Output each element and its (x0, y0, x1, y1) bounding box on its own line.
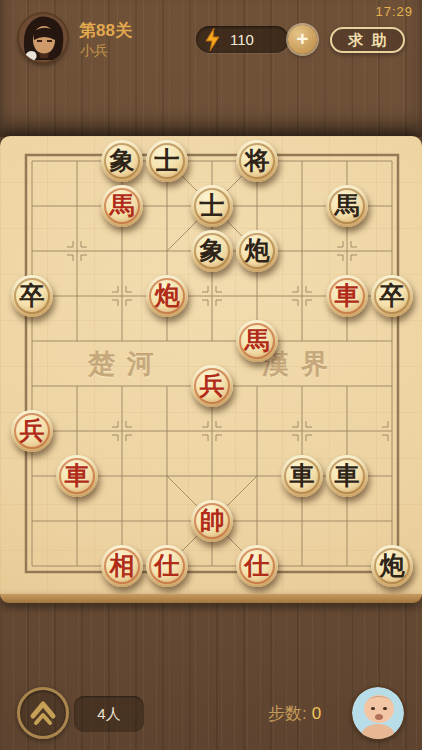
piece-character: 兵 (20, 418, 45, 443)
top-bar-background (0, 0, 422, 137)
lightning-icon (199, 26, 226, 53)
level-label: 第88关 (79, 19, 132, 42)
piece-black-horse[interactable]: 馬 (326, 185, 368, 227)
piece-character: 車 (335, 463, 360, 488)
steps-label: 步数: (268, 704, 307, 723)
piece-character: 車 (290, 463, 315, 488)
piece-character: 兵 (200, 373, 225, 398)
piece-red-horse[interactable]: 馬 (101, 185, 143, 227)
opponent-avatar-image (352, 687, 404, 739)
piece-black-advisor[interactable]: 士 (191, 185, 233, 227)
piece-character: 炮 (380, 553, 405, 578)
players-count[interactable]: 4人 (74, 696, 144, 732)
piece-character: 車 (335, 283, 360, 308)
help-button[interactable]: 求助 (330, 27, 405, 53)
piece-black-advisor[interactable]: 士 (146, 140, 188, 182)
player-avatar[interactable] (19, 14, 67, 62)
piece-red-soldier[interactable]: 兵 (11, 410, 53, 452)
energy-pill: 110 (196, 26, 289, 53)
expand-menu-button[interactable] (17, 687, 69, 739)
player-avatar-image (19, 14, 67, 62)
piece-red-elephant[interactable]: 相 (101, 545, 143, 587)
chevron-up-icon (20, 690, 66, 736)
pieces-layer: 象士将馬士馬象炮卒炮車卒馬兵兵車車車帥相仕仕炮 (10, 139, 415, 589)
piece-red-advisor[interactable]: 仕 (146, 545, 188, 587)
piece-black-elephant[interactable]: 象 (191, 230, 233, 272)
piece-character: 馬 (110, 193, 135, 218)
piece-character: 車 (65, 463, 90, 488)
piece-red-general[interactable]: 帥 (191, 500, 233, 542)
piece-red-horse[interactable]: 馬 (236, 320, 278, 362)
piece-character: 相 (110, 553, 135, 578)
piece-character: 仕 (155, 553, 180, 578)
piece-character: 仕 (245, 553, 270, 578)
piece-black-soldier[interactable]: 卒 (11, 275, 53, 317)
clock-time: 17:29 (375, 4, 413, 19)
piece-black-cannon[interactable]: 炮 (371, 545, 413, 587)
piece-character: 将 (245, 148, 270, 173)
piece-black-cannon[interactable]: 炮 (236, 230, 278, 272)
piece-character: 士 (155, 148, 180, 173)
piece-red-cannon[interactable]: 炮 (146, 275, 188, 317)
opponent-avatar[interactable] (352, 687, 404, 739)
piece-character: 卒 (380, 283, 405, 308)
piece-character: 馬 (335, 193, 360, 218)
piece-black-chariot[interactable]: 車 (326, 455, 368, 497)
rank-label: 小兵 (80, 42, 108, 60)
piece-character: 卒 (20, 283, 45, 308)
piece-red-chariot[interactable]: 車 (326, 275, 368, 317)
piece-black-elephant[interactable]: 象 (101, 140, 143, 182)
energy-count: 110 (230, 31, 254, 48)
piece-red-advisor[interactable]: 仕 (236, 545, 278, 587)
piece-character: 士 (200, 193, 225, 218)
piece-red-chariot[interactable]: 車 (56, 455, 98, 497)
piece-character: 帥 (200, 508, 225, 533)
piece-character: 象 (110, 148, 135, 173)
add-energy-button[interactable]: + (288, 25, 317, 54)
piece-black-general[interactable]: 将 (236, 140, 278, 182)
piece-character: 炮 (155, 283, 180, 308)
piece-character: 炮 (245, 238, 270, 263)
steps-value: 0 (312, 704, 321, 723)
board-edge (0, 594, 422, 603)
piece-black-chariot[interactable]: 車 (281, 455, 323, 497)
steps-counter: 步数:0 (268, 702, 321, 725)
xiangqi-board[interactable]: 楚河 漢界 象士将馬士馬象炮卒炮車卒馬兵兵車車車帥相仕仕炮 (0, 136, 422, 594)
piece-character: 馬 (245, 328, 270, 353)
piece-character: 象 (200, 238, 225, 263)
piece-black-soldier[interactable]: 卒 (371, 275, 413, 317)
piece-red-soldier[interactable]: 兵 (191, 365, 233, 407)
